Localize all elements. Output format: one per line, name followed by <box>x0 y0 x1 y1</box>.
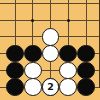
white-stone <box>59 78 77 96</box>
black-stone <box>24 45 42 63</box>
white-stone <box>59 62 77 80</box>
right-edge-line <box>99 0 100 88</box>
go-board[interactable]: 2 <box>0 0 100 100</box>
move-number-label: 2 <box>43 79 59 95</box>
black-stone <box>6 78 24 96</box>
star-point <box>31 19 34 22</box>
white-stone <box>42 28 60 46</box>
white-stone <box>24 62 42 80</box>
go-diagram-screenshot: 2 <box>0 0 100 100</box>
black-stone <box>59 45 77 63</box>
white-stone <box>24 78 42 96</box>
black-stone <box>6 62 24 80</box>
white-stone <box>42 45 60 63</box>
star-point <box>67 19 70 22</box>
black-stone <box>77 62 95 80</box>
black-stone <box>77 45 95 63</box>
black-stone <box>77 78 95 96</box>
move-number-stone: 2 <box>42 78 60 96</box>
black-stone <box>6 45 24 63</box>
